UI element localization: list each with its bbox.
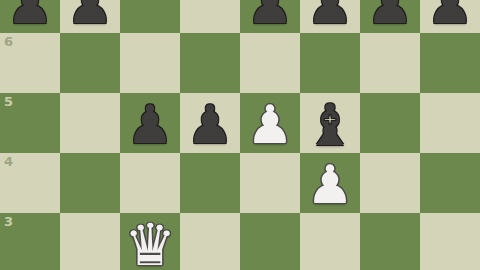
rank-label-4: 4 xyxy=(4,154,13,169)
square-g4[interactable] xyxy=(360,153,420,213)
square-h6[interactable] xyxy=(420,33,480,93)
square-c6[interactable] xyxy=(120,33,180,93)
rank-label-3: 3 xyxy=(4,214,13,229)
square-e6[interactable] xyxy=(240,33,300,93)
black-bishop[interactable]: ♝ xyxy=(304,95,355,155)
black-pawn[interactable]: ♟ xyxy=(66,0,114,35)
square-h3[interactable] xyxy=(420,213,480,270)
square-a7[interactable]: ♟ xyxy=(0,0,60,33)
square-c7[interactable] xyxy=(120,0,180,33)
square-f4[interactable]: ♟ xyxy=(300,153,360,213)
square-f6[interactable] xyxy=(300,33,360,93)
square-b7[interactable]: ♟ xyxy=(60,0,120,33)
square-c3[interactable]: ♛ xyxy=(120,213,180,270)
rank-label-5: 5 xyxy=(4,94,13,109)
chess-board: ♟♟♟♟♟♟65♟♟♟♝4♟3♛ xyxy=(0,0,480,270)
black-pawn[interactable]: ♟ xyxy=(306,0,354,35)
square-a3[interactable]: 3 xyxy=(0,213,60,270)
square-g3[interactable] xyxy=(360,213,420,270)
black-pawn[interactable]: ♟ xyxy=(126,95,174,155)
square-c5[interactable]: ♟ xyxy=(120,93,180,153)
square-e5[interactable]: ♟ xyxy=(240,93,300,153)
square-d5[interactable]: ♟ xyxy=(180,93,240,153)
square-c4[interactable] xyxy=(120,153,180,213)
black-pawn[interactable]: ♟ xyxy=(426,0,474,35)
square-g7[interactable]: ♟ xyxy=(360,0,420,33)
square-d6[interactable] xyxy=(180,33,240,93)
square-b3[interactable] xyxy=(60,213,120,270)
square-g5[interactable] xyxy=(360,93,420,153)
square-d3[interactable] xyxy=(180,213,240,270)
black-pawn[interactable]: ♟ xyxy=(186,95,234,155)
square-f7[interactable]: ♟ xyxy=(300,0,360,33)
square-d7[interactable] xyxy=(180,0,240,33)
square-a4[interactable]: 4 xyxy=(0,153,60,213)
rank-label-6: 6 xyxy=(4,34,13,49)
square-a5[interactable]: 5 xyxy=(0,93,60,153)
square-h7[interactable]: ♟ xyxy=(420,0,480,33)
square-h4[interactable] xyxy=(420,153,480,213)
white-queen[interactable]: ♛ xyxy=(124,215,176,270)
white-pawn[interactable]: ♟ xyxy=(306,155,354,215)
square-f3[interactable] xyxy=(300,213,360,270)
square-e3[interactable] xyxy=(240,213,300,270)
black-pawn[interactable]: ♟ xyxy=(246,0,294,35)
square-d4[interactable] xyxy=(180,153,240,213)
square-b5[interactable] xyxy=(60,93,120,153)
square-a6[interactable]: 6 xyxy=(0,33,60,93)
square-b4[interactable] xyxy=(60,153,120,213)
square-e7[interactable]: ♟ xyxy=(240,0,300,33)
square-e4[interactable] xyxy=(240,153,300,213)
white-pawn[interactable]: ♟ xyxy=(246,95,294,155)
board-viewport: ♟♟♟♟♟♟65♟♟♟♝4♟3♛ xyxy=(0,0,480,270)
square-f5[interactable]: ♝ xyxy=(300,93,360,153)
square-g6[interactable] xyxy=(360,33,420,93)
square-b6[interactable] xyxy=(60,33,120,93)
square-h5[interactable] xyxy=(420,93,480,153)
black-pawn[interactable]: ♟ xyxy=(6,0,54,35)
black-pawn[interactable]: ♟ xyxy=(366,0,414,35)
